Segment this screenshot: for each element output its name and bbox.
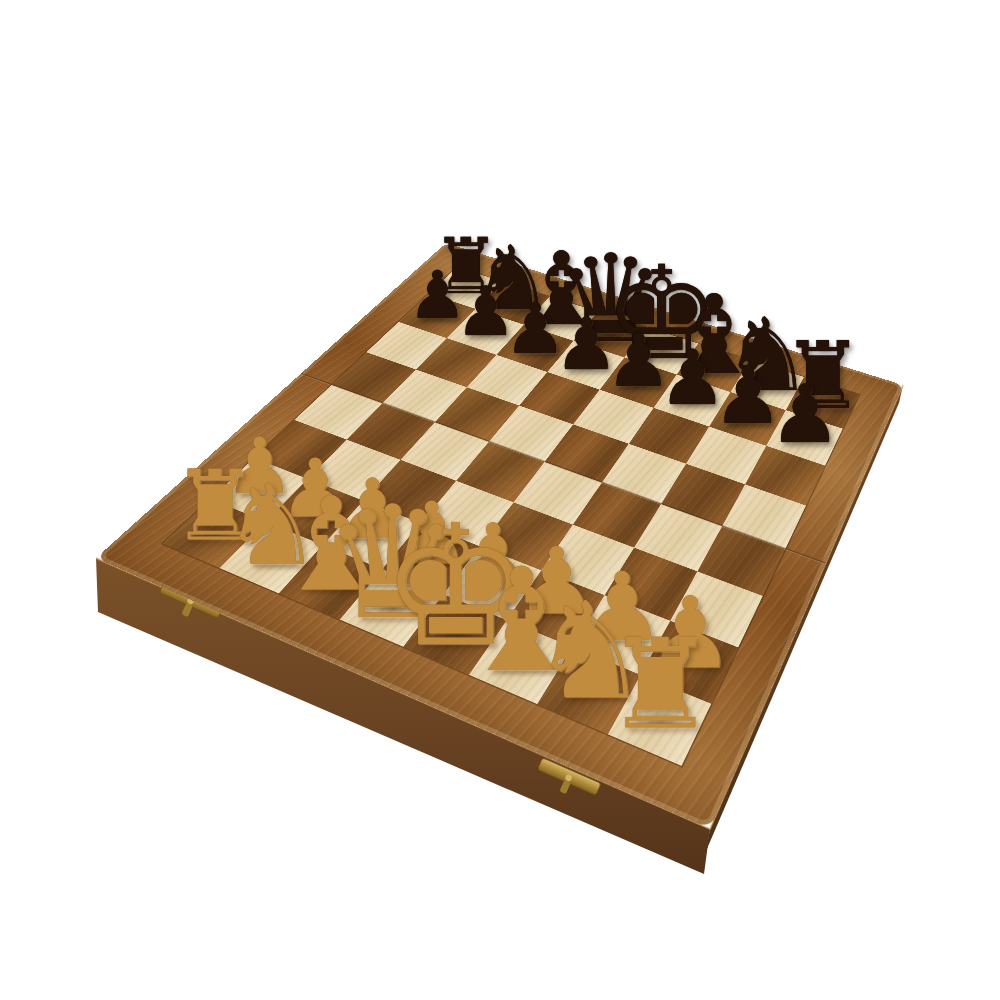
photo-canvas: ♜♞♝♛♚♝♞♜♟♟♟♟♟♟♟♟♟♟♟♟♟♟♟♟♜♞♝♛♚♝♞♜ [0,0,1000,1000]
